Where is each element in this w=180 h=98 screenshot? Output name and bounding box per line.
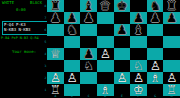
file-label-d: D [97, 95, 114, 98]
square-b2[interactable]: ♙ [64, 72, 81, 84]
black-queen-d8[interactable]: ♛ [97, 0, 114, 12]
file-label-a: A [47, 95, 64, 98]
square-d5[interactable] [97, 36, 114, 48]
square-a7[interactable]: ♟ [47, 12, 64, 24]
white-pawn-f2[interactable]: ♙ [130, 72, 147, 84]
square-h2[interactable]: ♙ [163, 72, 180, 84]
white-knight-f3[interactable]: ♘ [130, 60, 147, 72]
square-d8[interactable]: ♛ [97, 0, 114, 12]
black-knight-g8[interactable]: ♞ [147, 0, 164, 12]
square-b7[interactable]: ♟ [64, 12, 81, 24]
file-label-c: C [80, 95, 97, 98]
square-h5[interactable] [163, 36, 180, 48]
black-pawn-b7[interactable]: ♟ [64, 12, 81, 24]
square-f8[interactable] [130, 0, 147, 12]
square-g7[interactable]: ♟ [147, 12, 164, 24]
white-pawn-g3[interactable]: ♙ [147, 60, 164, 72]
square-f3[interactable]: ♘ [130, 60, 147, 72]
square-h4[interactable] [163, 48, 180, 60]
square-d7[interactable] [97, 12, 114, 24]
square-g3[interactable]: ♙ [147, 60, 164, 72]
white-queen-a4[interactable]: ♕ [47, 48, 64, 60]
white-pawn-h2[interactable]: ♙ [163, 72, 180, 84]
black-rook-a8[interactable]: ♜ [47, 0, 64, 12]
history-token: Q-R4 [30, 36, 38, 40]
square-e8[interactable]: ♚ [114, 0, 131, 12]
file-label-h: H [163, 95, 180, 98]
square-d3[interactable] [97, 60, 114, 72]
square-f5[interactable] [130, 36, 147, 48]
square-h3[interactable] [163, 60, 180, 72]
square-c8[interactable]: ♝ [80, 0, 97, 12]
square-b8[interactable] [64, 0, 81, 12]
black-rook-h8[interactable]: ♜ [163, 0, 180, 12]
square-f6[interactable]: ♝ [130, 24, 147, 36]
move-prompt[interactable]: Your move: [12, 50, 36, 54]
white-pawn-a2[interactable]: ♙ [47, 72, 64, 84]
square-e4[interactable] [114, 48, 131, 60]
square-c6[interactable] [80, 24, 97, 36]
square-h8[interactable]: ♜ [163, 0, 180, 12]
square-d6[interactable] [97, 24, 114, 36]
square-d2[interactable] [97, 72, 114, 84]
square-h7[interactable]: ♟ [163, 12, 180, 24]
black-pawn-f7[interactable]: ♟ [130, 12, 147, 24]
square-d4[interactable]: ♙ [97, 48, 114, 60]
square-a6[interactable] [47, 24, 64, 36]
chess-board[interactable]: ♜♝♛♚♞♜♟♟♟♟♟♟♞♟♝♕♟♙♘♘♙♙♙♙♙♗♙♖♗♔♖ [47, 0, 180, 96]
black-pawn-h7[interactable]: ♟ [163, 12, 180, 24]
black-bishop-f6[interactable]: ♝ [130, 24, 147, 36]
square-b4[interactable] [64, 48, 81, 60]
square-e3[interactable] [114, 60, 131, 72]
file-label-e: E [114, 95, 131, 98]
square-c3[interactable]: ♘ [80, 60, 97, 72]
square-c7[interactable]: ♟ [80, 12, 97, 24]
white-clock-label: WHITE [2, 1, 14, 5]
white-pawn-e2[interactable]: ♙ [114, 72, 131, 84]
white-bishop-g2[interactable]: ♗ [147, 72, 164, 84]
black-pawn-a7[interactable]: ♟ [47, 12, 64, 24]
square-e2[interactable]: ♙ [114, 72, 131, 84]
history-token: N-B3 [20, 36, 28, 40]
square-a5[interactable] [47, 36, 64, 48]
square-c2[interactable] [80, 72, 97, 84]
square-f4[interactable] [130, 48, 147, 60]
file-label-f: F [130, 95, 147, 98]
square-g4[interactable] [147, 48, 164, 60]
file-labels: ABCDEFGH [47, 95, 180, 98]
square-g6[interactable] [147, 24, 164, 36]
square-g2[interactable]: ♗ [147, 72, 164, 84]
white-pawn-b2[interactable]: ♙ [64, 72, 81, 84]
black-knight-b6[interactable]: ♞ [64, 24, 81, 36]
white-pawn-d4[interactable]: ♙ [97, 48, 114, 60]
square-c5[interactable] [80, 36, 97, 48]
square-c4[interactable]: ♟ [80, 48, 97, 60]
square-f2[interactable]: ♙ [130, 72, 147, 84]
white-knight-c3[interactable]: ♘ [80, 60, 97, 72]
info-panel: WHITE BLACK 0:00 P-Q4 P-K3 N-KB3 N-KB3 P… [0, 0, 44, 98]
file-label-b: B [64, 95, 81, 98]
history-token: P-B4 [1, 36, 9, 40]
black-king-e8[interactable]: ♚ [114, 0, 131, 12]
square-e5[interactable] [114, 36, 131, 48]
square-b3[interactable] [64, 60, 81, 72]
square-b6[interactable]: ♞ [64, 24, 81, 36]
black-pawn-c7[interactable]: ♟ [80, 12, 97, 24]
black-pawn-g7[interactable]: ♟ [147, 12, 164, 24]
file-label-g: G [147, 95, 164, 98]
square-h6[interactable] [163, 24, 180, 36]
clock-display: 0:00 [16, 8, 26, 12]
square-f7[interactable]: ♟ [130, 12, 147, 24]
square-a8[interactable]: ♜ [47, 0, 64, 12]
square-a2[interactable]: ♙ [47, 72, 64, 84]
black-pawn-c4[interactable]: ♟ [80, 48, 97, 60]
square-e7[interactable] [114, 12, 131, 24]
square-a3[interactable] [47, 60, 64, 72]
black-pawn-e6[interactable]: ♟ [114, 24, 131, 36]
square-e6[interactable]: ♟ [114, 24, 131, 36]
square-g8[interactable]: ♞ [147, 0, 164, 12]
square-b5[interactable] [64, 36, 81, 48]
square-g5[interactable] [147, 36, 164, 48]
history-token: PxP [11, 36, 17, 40]
black-clock-label: BLACK [30, 1, 42, 5]
black-bishop-c8[interactable]: ♝ [80, 0, 97, 12]
square-a4[interactable]: ♕ [47, 48, 64, 60]
chess-app-screen: WHITE BLACK 0:00 P-Q4 P-K3 N-KB3 N-KB3 P… [0, 0, 180, 98]
